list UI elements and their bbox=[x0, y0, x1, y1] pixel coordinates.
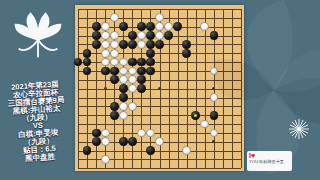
black-stone bbox=[92, 40, 101, 49]
white-stone bbox=[200, 120, 209, 129]
black-stone bbox=[83, 67, 92, 76]
black-stone bbox=[119, 40, 128, 49]
grid-line bbox=[178, 9, 179, 168]
white-stone bbox=[101, 58, 110, 67]
black-stone bbox=[128, 40, 137, 49]
black-stone bbox=[101, 67, 110, 76]
black-stone bbox=[119, 84, 128, 93]
black-stone bbox=[137, 67, 146, 76]
white-stone bbox=[101, 40, 110, 49]
white-stone bbox=[110, 58, 119, 67]
grid-line bbox=[196, 9, 197, 168]
starburst-flower-icon bbox=[288, 118, 310, 140]
white-stone bbox=[119, 102, 128, 111]
white-stone bbox=[137, 129, 146, 138]
black-stone bbox=[182, 40, 191, 49]
black-stone bbox=[128, 137, 137, 146]
grid-line bbox=[187, 9, 188, 168]
white-stone bbox=[155, 22, 164, 31]
white-stone bbox=[101, 129, 110, 138]
white-stone bbox=[128, 84, 137, 93]
black-stone bbox=[83, 146, 92, 155]
white-stone bbox=[155, 137, 164, 146]
black-stone bbox=[155, 40, 164, 49]
white-stone bbox=[110, 40, 119, 49]
black-stone bbox=[146, 31, 155, 40]
black-stone bbox=[146, 146, 155, 155]
black-stone bbox=[92, 137, 101, 146]
black-stone bbox=[110, 111, 119, 120]
white-stone bbox=[128, 75, 137, 84]
white-stone bbox=[155, 31, 164, 40]
black-stone bbox=[74, 58, 83, 67]
black-stone bbox=[173, 22, 182, 31]
white-stone bbox=[182, 146, 191, 155]
black-stone bbox=[146, 22, 155, 31]
star-point bbox=[158, 87, 161, 90]
white-stone bbox=[110, 31, 119, 40]
black-stone bbox=[110, 102, 119, 111]
black-stone bbox=[191, 111, 200, 120]
white-stone bbox=[164, 22, 173, 31]
white-stone bbox=[128, 102, 137, 111]
white-stone bbox=[119, 111, 128, 120]
black-stone bbox=[110, 75, 119, 84]
black-stone bbox=[83, 49, 92, 58]
white-stone bbox=[119, 75, 128, 84]
white-stone bbox=[119, 67, 128, 76]
white-stone bbox=[110, 49, 119, 58]
badge-caption-text: YOU 哈利路亚十景 bbox=[249, 159, 287, 164]
white-stone bbox=[146, 129, 155, 138]
lily-flower-logo bbox=[10, 8, 66, 64]
white-stone bbox=[101, 137, 110, 146]
badge-heart-text: I♥ bbox=[249, 152, 290, 159]
white-stone bbox=[137, 40, 146, 49]
black-stone bbox=[110, 67, 119, 76]
white-stone bbox=[101, 22, 110, 31]
watermark-badge: I♥ YOU 哈利路亚十景 bbox=[247, 151, 292, 171]
white-stone bbox=[101, 155, 110, 164]
last-move-marker bbox=[194, 114, 197, 117]
black-stone bbox=[92, 22, 101, 31]
event-caption: 2021年第23届农心辛拉面杯三国擂台赛第9局黑棋:井山裕太（九段）VS白棋:申… bbox=[0, 79, 78, 164]
star-point bbox=[104, 87, 107, 90]
black-stone bbox=[128, 58, 137, 67]
black-stone bbox=[182, 49, 191, 58]
white-stone bbox=[155, 13, 164, 22]
white-stone bbox=[200, 22, 209, 31]
black-stone bbox=[119, 93, 128, 102]
white-stone bbox=[119, 58, 128, 67]
white-stone bbox=[101, 49, 110, 58]
white-stone bbox=[101, 31, 110, 40]
black-stone bbox=[83, 58, 92, 67]
black-stone bbox=[128, 31, 137, 40]
black-stone bbox=[137, 75, 146, 84]
white-stone bbox=[110, 13, 119, 22]
black-stone bbox=[146, 58, 155, 67]
black-stone bbox=[146, 67, 155, 76]
white-stone bbox=[137, 31, 146, 40]
video-frame: 2021年第23届农心辛拉面杯三国擂台赛第9局黑棋:井山裕太（九段）VS白棋:申… bbox=[0, 0, 320, 180]
black-stone bbox=[137, 58, 146, 67]
black-stone bbox=[119, 22, 128, 31]
black-stone bbox=[146, 40, 155, 49]
black-stone bbox=[137, 22, 146, 31]
right-decoration: I♥ YOU 哈利路亚十景 bbox=[244, 0, 320, 180]
grid-line bbox=[205, 9, 206, 168]
white-stone bbox=[128, 67, 137, 76]
black-stone bbox=[92, 31, 101, 40]
event-info-panel: 2021年第23届农心辛拉面杯三国擂台赛第9局黑棋:井山裕太（九段）VS白棋:申… bbox=[0, 0, 75, 180]
black-stone bbox=[92, 129, 101, 138]
black-stone bbox=[119, 137, 128, 146]
black-stone bbox=[146, 49, 155, 58]
black-stone bbox=[137, 84, 146, 93]
black-stone bbox=[164, 31, 173, 40]
